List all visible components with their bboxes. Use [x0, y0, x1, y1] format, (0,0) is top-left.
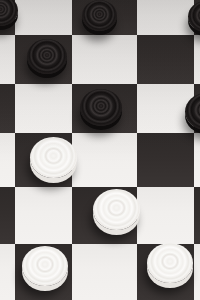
board-square[interactable] — [0, 133, 15, 187]
board-square[interactable] — [194, 187, 200, 244]
black-checker-piece[interactable] — [82, 0, 117, 31]
board-square[interactable] — [72, 35, 137, 84]
board-square[interactable] — [194, 133, 200, 187]
white-checker-piece[interactable] — [93, 189, 140, 230]
board-square[interactable] — [15, 187, 72, 244]
white-checker-piece[interactable] — [22, 246, 68, 286]
board-square[interactable] — [194, 244, 200, 300]
board-photo — [0, 0, 200, 300]
board-square[interactable] — [0, 187, 15, 244]
black-checker-piece[interactable] — [27, 39, 67, 74]
board-square[interactable] — [0, 244, 15, 300]
board-square[interactable] — [137, 0, 194, 35]
board-square[interactable] — [0, 84, 15, 133]
board-square[interactable] — [15, 84, 72, 133]
board-square[interactable] — [194, 35, 200, 84]
white-checker-piece[interactable] — [30, 137, 77, 178]
black-checker-piece[interactable] — [80, 89, 122, 126]
board-square[interactable] — [72, 244, 137, 300]
board-square[interactable] — [137, 187, 194, 244]
board-square[interactable] — [72, 133, 137, 187]
board-square[interactable] — [0, 35, 15, 84]
board-square[interactable] — [137, 35, 194, 84]
board-square[interactable] — [137, 133, 194, 187]
board-square[interactable] — [15, 0, 72, 35]
white-checker-piece[interactable] — [147, 243, 193, 283]
